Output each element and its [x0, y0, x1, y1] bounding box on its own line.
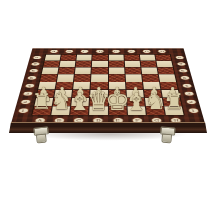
piece-white-bishop-f1: ♝ — [126, 89, 148, 113]
piece-white-knight-g1: ♞ — [145, 90, 166, 113]
latch-right — [159, 126, 175, 143]
latch-tab — [36, 134, 47, 144]
latch-left — [33, 126, 50, 143]
piece-white-rook-h1: ♜ — [164, 91, 184, 113]
piece-white-rook-a1: ♜ — [32, 91, 52, 113]
chess-set-photo: ABCDEFGH ABCDEFGH 87654321 87654321 ♟♟♟♟… — [0, 0, 220, 200]
pieces-layer: ♟♟♟♟♟♟♟♟♜♞♝♛♚♝♞♜ — [0, 0, 220, 200]
latch-tab — [161, 134, 172, 144]
